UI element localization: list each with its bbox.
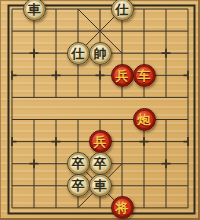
piece-layer: 車仕仕帥兵车炮兵卒卒卒車将: [1, 0, 199, 219]
piece-red-chariot[interactable]: 车: [133, 64, 156, 87]
piece-red-general[interactable]: 将: [111, 196, 134, 219]
piece-ivory-soldier[interactable]: 卒: [67, 174, 90, 197]
piece-ivory-general[interactable]: 帥: [89, 42, 112, 65]
piece-ivory-soldier[interactable]: 卒: [89, 152, 112, 175]
piece-ivory-chariot[interactable]: 車: [89, 174, 112, 197]
piece-ivory-soldier[interactable]: 卒: [67, 152, 90, 175]
piece-red-soldier[interactable]: 兵: [89, 130, 112, 153]
piece-ivory-chariot[interactable]: 車: [23, 0, 46, 21]
piece-ivory-advisor[interactable]: 仕: [67, 42, 90, 65]
piece-red-soldier[interactable]: 兵: [111, 64, 134, 87]
xiangqi-board: 車仕仕帥兵车炮兵卒卒卒車将: [0, 0, 200, 220]
piece-ivory-advisor[interactable]: 仕: [111, 0, 134, 21]
piece-red-cannon[interactable]: 炮: [133, 108, 156, 131]
